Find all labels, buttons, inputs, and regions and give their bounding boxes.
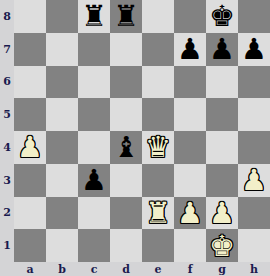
square-h5[interactable] — [238, 98, 270, 131]
square-b6[interactable] — [46, 66, 78, 99]
square-g2[interactable]: ♟ — [206, 197, 238, 230]
square-c3[interactable]: ♟ — [78, 164, 110, 197]
rank-label-2: 2 — [0, 197, 14, 230]
square-b4[interactable] — [46, 131, 78, 164]
rank-labels: 87654321 — [0, 0, 14, 262]
square-d8[interactable]: ♜ — [110, 0, 142, 33]
black-rook-icon: ♜ — [81, 0, 107, 32]
square-a4[interactable]: ♟ — [14, 131, 46, 164]
square-f2[interactable]: ♟ — [174, 197, 206, 230]
square-d1[interactable] — [110, 229, 142, 262]
black-pawn-icon: ♟ — [177, 33, 203, 65]
file-label-g: g — [206, 262, 238, 276]
square-g8[interactable]: ♚ — [206, 0, 238, 33]
square-h8[interactable] — [238, 0, 270, 33]
square-h1[interactable] — [238, 229, 270, 262]
square-f7[interactable]: ♟ — [174, 33, 206, 66]
square-b8[interactable] — [46, 0, 78, 33]
file-label-b: b — [46, 262, 78, 276]
square-f6[interactable] — [174, 66, 206, 99]
chess-board: ♜♜♚♟♟♟♟♝♛♟♟♜♟♟♚ — [14, 0, 270, 262]
square-c1[interactable] — [78, 229, 110, 262]
square-c5[interactable] — [78, 98, 110, 131]
white-pawn-icon: ♟ — [209, 197, 235, 229]
rank-label-7: 7 — [0, 33, 14, 66]
square-c4[interactable] — [78, 131, 110, 164]
square-g3[interactable] — [206, 164, 238, 197]
square-e2[interactable]: ♜ — [142, 197, 174, 230]
file-label-a: a — [14, 262, 46, 276]
black-bishop-icon: ♝ — [113, 131, 139, 163]
square-g4[interactable] — [206, 131, 238, 164]
square-a7[interactable] — [14, 33, 46, 66]
square-f5[interactable] — [174, 98, 206, 131]
square-a6[interactable] — [14, 66, 46, 99]
square-a2[interactable] — [14, 197, 46, 230]
square-d7[interactable] — [110, 33, 142, 66]
black-pawn-icon: ♟ — [81, 164, 107, 196]
black-rook-icon: ♜ — [113, 0, 139, 32]
square-c7[interactable] — [78, 33, 110, 66]
file-label-d: d — [110, 262, 142, 276]
white-pawn-icon: ♟ — [17, 131, 43, 163]
square-e7[interactable] — [142, 33, 174, 66]
chess-diagram: 87654321 ♜♜♚♟♟♟♟♝♛♟♟♜♟♟♚ abcdefgh — [0, 0, 270, 276]
black-pawn-icon: ♟ — [241, 33, 267, 65]
rank-label-8: 8 — [0, 0, 14, 33]
square-f8[interactable] — [174, 0, 206, 33]
square-b2[interactable] — [46, 197, 78, 230]
square-d4[interactable]: ♝ — [110, 131, 142, 164]
square-h6[interactable] — [238, 66, 270, 99]
square-g7[interactable]: ♟ — [206, 33, 238, 66]
square-a8[interactable] — [14, 0, 46, 33]
square-h2[interactable] — [238, 197, 270, 230]
white-pawn-icon: ♟ — [241, 164, 267, 196]
rank-label-5: 5 — [0, 98, 14, 131]
rank-label-6: 6 — [0, 66, 14, 99]
file-label-c: c — [78, 262, 110, 276]
square-g5[interactable] — [206, 98, 238, 131]
square-f1[interactable] — [174, 229, 206, 262]
file-labels: abcdefgh — [14, 262, 270, 276]
square-c8[interactable]: ♜ — [78, 0, 110, 33]
square-d3[interactable] — [110, 164, 142, 197]
square-d2[interactable] — [110, 197, 142, 230]
black-king-icon: ♚ — [209, 0, 235, 32]
square-d6[interactable] — [110, 66, 142, 99]
rank-label-1: 1 — [0, 229, 14, 262]
square-h7[interactable]: ♟ — [238, 33, 270, 66]
square-e6[interactable] — [142, 66, 174, 99]
file-label-e: e — [142, 262, 174, 276]
white-king-icon: ♚ — [209, 230, 235, 262]
square-g1[interactable]: ♚ — [206, 229, 238, 262]
square-b3[interactable] — [46, 164, 78, 197]
square-f3[interactable] — [174, 164, 206, 197]
square-h3[interactable]: ♟ — [238, 164, 270, 197]
square-e3[interactable] — [142, 164, 174, 197]
white-rook-icon: ♜ — [145, 197, 171, 229]
square-b1[interactable] — [46, 229, 78, 262]
white-queen-icon: ♛ — [145, 131, 171, 163]
square-b5[interactable] — [46, 98, 78, 131]
square-a3[interactable] — [14, 164, 46, 197]
rank-label-4: 4 — [0, 131, 14, 164]
square-d5[interactable] — [110, 98, 142, 131]
square-h4[interactable] — [238, 131, 270, 164]
rank-label-3: 3 — [0, 164, 14, 197]
square-f4[interactable] — [174, 131, 206, 164]
square-a1[interactable] — [14, 229, 46, 262]
square-b7[interactable] — [46, 33, 78, 66]
file-label-f: f — [174, 262, 206, 276]
file-label-h: h — [238, 262, 270, 276]
white-pawn-icon: ♟ — [177, 197, 203, 229]
square-g6[interactable] — [206, 66, 238, 99]
square-e5[interactable] — [142, 98, 174, 131]
square-c6[interactable] — [78, 66, 110, 99]
square-a5[interactable] — [14, 98, 46, 131]
black-pawn-icon: ♟ — [209, 33, 235, 65]
square-e1[interactable] — [142, 229, 174, 262]
square-e4[interactable]: ♛ — [142, 131, 174, 164]
square-e8[interactable] — [142, 0, 174, 33]
square-c2[interactable] — [78, 197, 110, 230]
